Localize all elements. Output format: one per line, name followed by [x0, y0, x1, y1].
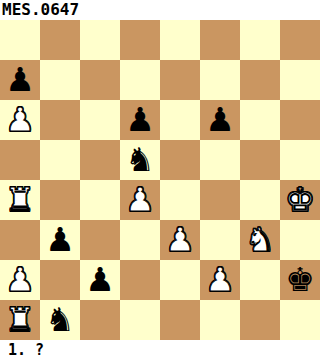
- piece-black-pawn-c2[interactable]: ♟: [85, 260, 115, 300]
- square-h7[interactable]: [280, 60, 320, 100]
- square-d1[interactable]: [120, 300, 160, 340]
- square-a3[interactable]: [0, 220, 40, 260]
- piece-black-pawn-f6[interactable]: ♟: [205, 100, 235, 140]
- square-g7[interactable]: [240, 60, 280, 100]
- square-f1[interactable]: [200, 300, 240, 340]
- piece-black-knight-b1[interactable]: ♞: [45, 300, 75, 340]
- square-e3[interactable]: ♟: [160, 220, 200, 260]
- square-f4[interactable]: [200, 180, 240, 220]
- piece-black-pawn-d6[interactable]: ♟: [125, 100, 155, 140]
- square-b6[interactable]: [40, 100, 80, 140]
- square-h8[interactable]: [280, 20, 320, 60]
- square-b8[interactable]: [40, 20, 80, 60]
- piece-black-pawn-b3[interactable]: ♟: [45, 220, 75, 260]
- square-e1[interactable]: [160, 300, 200, 340]
- square-c6[interactable]: [80, 100, 120, 140]
- piece-white-king-h4[interactable]: ♚: [285, 180, 315, 220]
- square-d4[interactable]: ♟: [120, 180, 160, 220]
- square-g6[interactable]: [240, 100, 280, 140]
- square-b4[interactable]: [40, 180, 80, 220]
- square-g4[interactable]: [240, 180, 280, 220]
- square-c1[interactable]: [80, 300, 120, 340]
- piece-white-pawn-f2[interactable]: ♟: [205, 260, 235, 300]
- piece-white-pawn-e3[interactable]: ♟: [165, 220, 195, 260]
- square-h4[interactable]: ♚: [280, 180, 320, 220]
- square-g2[interactable]: [240, 260, 280, 300]
- square-a5[interactable]: [0, 140, 40, 180]
- piece-white-rook-a1[interactable]: ♜: [5, 300, 35, 340]
- piece-white-rook-a4[interactable]: ♜: [5, 180, 35, 220]
- square-d5[interactable]: ♞: [120, 140, 160, 180]
- piece-black-knight-d5[interactable]: ♞: [125, 140, 155, 180]
- square-a6[interactable]: ♟: [0, 100, 40, 140]
- square-f8[interactable]: [200, 20, 240, 60]
- square-a2[interactable]: ♟: [0, 260, 40, 300]
- square-h2[interactable]: ♚: [280, 260, 320, 300]
- square-f2[interactable]: ♟: [200, 260, 240, 300]
- square-c8[interactable]: [80, 20, 120, 60]
- square-h6[interactable]: [280, 100, 320, 140]
- diagram-title: MES.0647: [0, 0, 320, 20]
- square-a8[interactable]: [0, 20, 40, 60]
- square-d6[interactable]: ♟: [120, 100, 160, 140]
- square-b5[interactable]: [40, 140, 80, 180]
- piece-white-pawn-a6[interactable]: ♟: [5, 100, 35, 140]
- square-h1[interactable]: [280, 300, 320, 340]
- square-f7[interactable]: [200, 60, 240, 100]
- piece-white-pawn-d4[interactable]: ♟: [125, 180, 155, 220]
- square-d3[interactable]: [120, 220, 160, 260]
- square-b7[interactable]: [40, 60, 80, 100]
- move-prompt: 1. ?: [0, 340, 320, 360]
- square-g1[interactable]: [240, 300, 280, 340]
- square-b2[interactable]: [40, 260, 80, 300]
- piece-white-pawn-a2[interactable]: ♟: [5, 260, 35, 300]
- square-a4[interactable]: ♜: [0, 180, 40, 220]
- square-c2[interactable]: ♟: [80, 260, 120, 300]
- square-e2[interactable]: [160, 260, 200, 300]
- piece-black-king-h2[interactable]: ♚: [285, 260, 315, 300]
- piece-black-pawn-a7[interactable]: ♟: [5, 60, 35, 100]
- square-f3[interactable]: [200, 220, 240, 260]
- square-e5[interactable]: [160, 140, 200, 180]
- chess-diagram-window: MES.0647 ♟♟♟♟♞♜♟♚♟♟♞♟♟♟♚♜♞ 1. ?: [0, 0, 320, 360]
- square-c7[interactable]: [80, 60, 120, 100]
- square-b3[interactable]: ♟: [40, 220, 80, 260]
- square-c4[interactable]: [80, 180, 120, 220]
- chess-board: ♟♟♟♟♞♜♟♚♟♟♞♟♟♟♚♜♞: [0, 20, 320, 340]
- square-b1[interactable]: ♞: [40, 300, 80, 340]
- square-a1[interactable]: ♜: [0, 300, 40, 340]
- square-e4[interactable]: [160, 180, 200, 220]
- square-g3[interactable]: ♞: [240, 220, 280, 260]
- square-g8[interactable]: [240, 20, 280, 60]
- square-g5[interactable]: [240, 140, 280, 180]
- square-f6[interactable]: ♟: [200, 100, 240, 140]
- square-c3[interactable]: [80, 220, 120, 260]
- square-a7[interactable]: ♟: [0, 60, 40, 100]
- square-d7[interactable]: [120, 60, 160, 100]
- square-d8[interactable]: [120, 20, 160, 60]
- piece-white-knight-g3[interactable]: ♞: [245, 220, 275, 260]
- square-c5[interactable]: [80, 140, 120, 180]
- square-e8[interactable]: [160, 20, 200, 60]
- square-h5[interactable]: [280, 140, 320, 180]
- square-h3[interactable]: [280, 220, 320, 260]
- square-f5[interactable]: [200, 140, 240, 180]
- square-d2[interactable]: [120, 260, 160, 300]
- square-e6[interactable]: [160, 100, 200, 140]
- square-e7[interactable]: [160, 60, 200, 100]
